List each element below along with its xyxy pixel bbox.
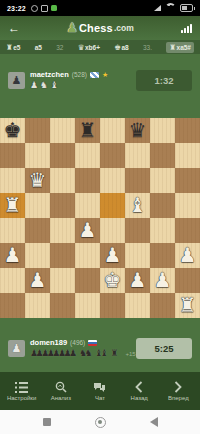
slovenia-flag-icon [88,340,97,346]
android-back-icon[interactable] [150,417,158,427]
home-circle-icon[interactable] [95,417,106,428]
bottom-player-card: ♟ domen189 (496) ♟♟♟♟♟♟♟♟♞♞♝♝♜+15 5:25 [0,326,200,370]
square-e7[interactable] [100,143,125,168]
square-b6[interactable]: ♛ [25,168,50,193]
white-rook-h1[interactable]: ♜ [175,293,200,318]
app-notification-icon [51,5,57,11]
chevron-right-icon [174,381,182,393]
top-player-rating: (528) [72,71,87,78]
pawn-logo-icon: ♟ [66,22,78,34]
black-queen-f8[interactable]: ♛ [125,118,150,143]
square-c1[interactable] [50,293,75,318]
square-d4[interactable]: ♟ [75,218,100,243]
square-g6[interactable] [150,168,175,193]
figurine-icon: ♛ [78,43,85,52]
white-pawn-d4[interactable]: ♟ [75,218,100,243]
nav-back-label: Назад [131,395,148,401]
captured-black-bishop-icon: ♝ [100,349,108,358]
white-pawn-a3[interactable]: ♟ [0,243,25,268]
move-token[interactable]: ♜xa5# [166,42,194,53]
captured-white-pawn-icon: ♟ [30,81,38,90]
settings-list-icon [15,382,28,393]
bottom-nav-bar: Настройки Анализ Чат Назад [0,372,200,410]
logo-suffix: .com [114,23,134,34]
move-token[interactable]: ♜e5 [6,43,20,52]
bottom-player-name[interactable]: domen189 [30,338,67,347]
connection-bars-icon [168,24,192,33]
square-a1[interactable] [0,293,25,318]
nav-chat-label: Чат [95,395,105,401]
chess-app-screen: 23:22 ← ♟ Chess .com ♜e5a532♛xb6+♚a833.♜… [0,0,200,434]
square-g8[interactable] [150,118,175,143]
bottom-player-avatar[interactable]: ♟ [8,340,25,357]
chevron-left-icon [135,381,143,393]
captured-white-knight-icon: ♞ [40,81,48,90]
square-c5[interactable] [50,193,75,218]
android-nav-bar [0,410,200,434]
square-a8[interactable]: ♚ [0,118,25,143]
cell-signal-icon [154,5,161,11]
square-h5[interactable] [175,193,200,218]
captured-black-rook-icon: ♜ [110,349,118,358]
white-pawn-f2[interactable]: ♟ [125,268,150,293]
figurine-icon: ♜ [6,43,13,52]
square-h7[interactable] [175,143,200,168]
square-g5[interactable] [150,193,175,218]
captured-black-pawn-icon: ♟ [69,349,77,358]
square-f2[interactable]: ♟ [125,268,150,293]
wifi-icon [165,3,176,14]
bottom-captured-pieces: ♟♟♟♟♟♟♟♟♞♞♝♝♜+15 [30,349,136,358]
top-player-name[interactable]: maetzchen [30,70,69,79]
notification-icons [31,5,154,12]
square-h6[interactable] [175,168,200,193]
square-g7[interactable] [150,143,175,168]
watch-icon [31,5,38,12]
clock-time: 23:22 [7,5,26,12]
square-h2[interactable] [175,268,200,293]
move-number[interactable]: 32 [56,44,63,51]
square-b4[interactable] [25,218,50,243]
white-pawn-h3[interactable]: ♟ [175,243,200,268]
square-c3[interactable] [50,243,75,268]
white-pawn-e3[interactable]: ♟ [100,243,125,268]
bottom-player-clock: 5:25 [136,338,192,359]
white-pawn-g2[interactable]: ♟ [150,268,175,293]
square-c4[interactable] [50,218,75,243]
top-player-avatar[interactable]: ♟ [8,72,25,89]
square-a7[interactable] [0,143,25,168]
square-b1[interactable] [25,293,50,318]
black-rook-d8[interactable]: ♜ [75,118,100,143]
nav-chat[interactable]: Чат [81,382,119,401]
white-rook-a5[interactable]: ♜ [0,193,25,218]
square-d1[interactable] [75,293,100,318]
figurine-icon: ♚ [114,43,121,52]
square-d3[interactable] [75,243,100,268]
square-e4[interactable] [100,218,125,243]
square-d2[interactable] [75,268,100,293]
square-g1[interactable] [150,293,175,318]
status-bar: 23:22 [0,0,200,16]
square-e5[interactable] [100,193,125,218]
figurine-icon: ♜ [169,43,176,52]
square-g2[interactable]: ♟ [150,268,175,293]
captured-white-bishop-icon: ♝ [50,81,58,90]
recents-square-icon[interactable] [43,418,51,426]
nav-back[interactable]: Назад [120,381,158,401]
square-e8[interactable] [100,118,125,143]
analysis-icon [55,381,67,393]
square-h8[interactable] [175,118,200,143]
square-a5[interactable]: ♜ [0,193,25,218]
chat-icon [93,382,106,393]
move-token[interactable]: a5 [35,44,42,51]
captured-black-knight-icon: ♞ [85,349,93,358]
white-king-e2[interactable]: ♚ [100,268,125,293]
nav-settings-label: Настройки [7,395,36,401]
square-f4[interactable] [125,218,150,243]
square-d8[interactable]: ♜ [75,118,100,143]
nav-analysis[interactable]: Анализ [42,381,80,401]
square-g3[interactable] [150,243,175,268]
square-g4[interactable] [150,218,175,243]
logo-text: Chess [79,22,113,34]
system-status-icons [154,3,193,14]
white-bishop-f5[interactable]: ♝ [125,193,150,218]
square-b8[interactable] [25,118,50,143]
white-pawn-b2[interactable]: ♟ [25,268,50,293]
app-header: ← ♟ Chess .com [0,16,200,40]
nav-settings[interactable]: Настройки [3,382,41,401]
chess-board[interactable]: ♚♜♛♛♜♝♟♟♟♟♟♚♟♟♜ [0,118,200,318]
square-a4[interactable] [0,218,25,243]
square-f8[interactable]: ♛ [125,118,150,143]
white-queen-b6[interactable]: ♛ [25,168,50,193]
move-number[interactable]: 33. [143,44,152,51]
square-c7[interactable] [50,143,75,168]
square-h3[interactable]: ♟ [175,243,200,268]
square-d5[interactable] [75,193,100,218]
square-f7[interactable] [125,143,150,168]
nav-forward[interactable]: Вперед [159,381,197,401]
square-e6[interactable] [100,168,125,193]
black-king-a8[interactable]: ♚ [0,118,25,143]
square-h4[interactable] [175,218,200,243]
alarm-icon [41,5,48,12]
top-captured-pieces: ♟♞♝ [30,81,136,90]
square-h1[interactable]: ♜ [175,293,200,318]
bavaria-flag-icon [90,72,99,78]
square-e2[interactable]: ♚ [100,268,125,293]
star-icon: ★ [102,71,108,78]
move-token[interactable]: ♚a8 [114,43,128,52]
square-d6[interactable] [75,168,100,193]
square-a6[interactable] [0,168,25,193]
square-a2[interactable] [0,268,25,293]
square-e3[interactable]: ♟ [100,243,125,268]
square-f3[interactable] [125,243,150,268]
back-arrow-button[interactable]: ← [8,21,32,35]
square-f5[interactable]: ♝ [125,193,150,218]
square-b7[interactable] [25,143,50,168]
move-list-bar[interactable]: ♜e5a532♛xb6+♚a833.♜xa5# [0,40,200,54]
nav-forward-label: Вперед [168,395,189,401]
square-c2[interactable] [50,268,75,293]
square-f6[interactable] [125,168,150,193]
square-c6[interactable] [50,168,75,193]
material-advantage: +15 [126,351,136,357]
bottom-player-rating: (496) [70,339,85,346]
square-c8[interactable] [50,118,75,143]
top-player-card: ♟ maetzchen (528) ★ ♟♞♝ 1:32 [0,58,200,102]
chesscom-logo: ♟ Chess .com [32,22,168,34]
square-b5[interactable] [25,193,50,218]
square-e1[interactable] [100,293,125,318]
square-b2[interactable]: ♟ [25,268,50,293]
square-f1[interactable] [125,293,150,318]
square-d7[interactable] [75,143,100,168]
battery-icon [180,4,193,12]
nav-analysis-label: Анализ [51,395,71,401]
square-b3[interactable] [25,243,50,268]
top-player-clock: 1:32 [136,70,192,91]
move-token[interactable]: ♛xb6+ [78,43,100,52]
square-a3[interactable]: ♟ [0,243,25,268]
